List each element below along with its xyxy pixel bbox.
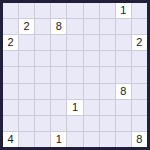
cell-r4c6[interactable]: [100, 67, 115, 82]
cell-r4c8[interactable]: [132, 67, 147, 82]
cell-r8c1[interactable]: [19, 132, 34, 147]
cell-r0c0[interactable]: [3, 3, 18, 18]
cell-r8c5[interactable]: [84, 132, 99, 147]
clue-cell-r6c4: 1: [67, 100, 82, 115]
cell-r1c5[interactable]: [84, 19, 99, 34]
cell-r2c5[interactable]: [84, 35, 99, 50]
cell-r3c3[interactable]: [51, 51, 66, 66]
cell-r7c4[interactable]: [67, 116, 82, 131]
cell-r1c2[interactable]: [35, 19, 50, 34]
cell-r0c3[interactable]: [51, 3, 66, 18]
cell-r7c6[interactable]: [100, 116, 115, 131]
cell-r6c5[interactable]: [84, 100, 99, 115]
clue-cell-r1c1: 2: [19, 19, 34, 34]
cell-r1c0[interactable]: [3, 19, 18, 34]
cell-r6c3[interactable]: [51, 100, 66, 115]
cell-r7c7[interactable]: [116, 116, 131, 131]
clue-cell-r2c0: 2: [3, 35, 18, 50]
cell-r2c6[interactable]: [100, 35, 115, 50]
cell-r0c1[interactable]: [19, 3, 34, 18]
cell-r1c7[interactable]: [116, 19, 131, 34]
cell-r8c7[interactable]: [116, 132, 131, 147]
cell-r7c1[interactable]: [19, 116, 34, 131]
cell-r6c0[interactable]: [3, 100, 18, 115]
cell-r1c4[interactable]: [67, 19, 82, 34]
cell-r6c6[interactable]: [100, 100, 115, 115]
cell-r7c8[interactable]: [132, 116, 147, 131]
cell-r6c2[interactable]: [35, 100, 50, 115]
cell-r4c5[interactable]: [84, 67, 99, 82]
cell-r1c6[interactable]: [100, 19, 115, 34]
cell-r7c2[interactable]: [35, 116, 50, 131]
cell-r3c5[interactable]: [84, 51, 99, 66]
cell-r2c7[interactable]: [116, 35, 131, 50]
cell-r6c8[interactable]: [132, 100, 147, 115]
cell-r7c3[interactable]: [51, 116, 66, 131]
clue-cell-r1c3: 8: [51, 19, 66, 34]
cell-r7c0[interactable]: [3, 116, 18, 131]
cell-r3c1[interactable]: [19, 51, 34, 66]
cell-r5c5[interactable]: [84, 84, 99, 99]
cell-r6c1[interactable]: [19, 100, 34, 115]
cell-r0c5[interactable]: [84, 3, 99, 18]
clue-cell-r8c3: 1: [51, 132, 66, 147]
cell-r3c4[interactable]: [67, 51, 82, 66]
cell-r0c4[interactable]: [67, 3, 82, 18]
cell-r2c3[interactable]: [51, 35, 66, 50]
cell-r2c1[interactable]: [19, 35, 34, 50]
clue-cell-r8c8: 8: [132, 132, 147, 147]
cell-r5c1[interactable]: [19, 84, 34, 99]
clue-cell-r0c7: 1: [116, 3, 131, 18]
cell-r3c8[interactable]: [132, 51, 147, 66]
cell-r4c2[interactable]: [35, 67, 50, 82]
cell-r0c6[interactable]: [100, 3, 115, 18]
cell-r5c0[interactable]: [3, 84, 18, 99]
clue-cell-r5c7: 8: [116, 84, 131, 99]
cell-r0c8[interactable]: [132, 3, 147, 18]
cell-r8c2[interactable]: [35, 132, 50, 147]
cell-r4c4[interactable]: [67, 67, 82, 82]
clue-cell-r8c0: 4: [3, 132, 18, 147]
cell-r5c8[interactable]: [132, 84, 147, 99]
clue-cell-r2c8: 2: [132, 35, 147, 50]
cell-r5c4[interactable]: [67, 84, 82, 99]
cell-r5c2[interactable]: [35, 84, 50, 99]
cell-r5c6[interactable]: [100, 84, 115, 99]
cell-r4c0[interactable]: [3, 67, 18, 82]
cell-r4c7[interactable]: [116, 67, 131, 82]
cell-r1c8[interactable]: [132, 19, 147, 34]
cell-r4c1[interactable]: [19, 67, 34, 82]
cell-r3c2[interactable]: [35, 51, 50, 66]
cell-r3c6[interactable]: [100, 51, 115, 66]
cell-r4c3[interactable]: [51, 67, 66, 82]
cell-r3c7[interactable]: [116, 51, 131, 66]
cell-r2c4[interactable]: [67, 35, 82, 50]
cell-r2c2[interactable]: [35, 35, 50, 50]
cell-r8c4[interactable]: [67, 132, 82, 147]
cell-r6c7[interactable]: [116, 100, 131, 115]
cell-r5c3[interactable]: [51, 84, 66, 99]
cell-r8c6[interactable]: [100, 132, 115, 147]
minesweeper-board: 1282281418: [0, 0, 150, 150]
cell-r3c0[interactable]: [3, 51, 18, 66]
cell-r7c5[interactable]: [84, 116, 99, 131]
cell-r0c2[interactable]: [35, 3, 50, 18]
